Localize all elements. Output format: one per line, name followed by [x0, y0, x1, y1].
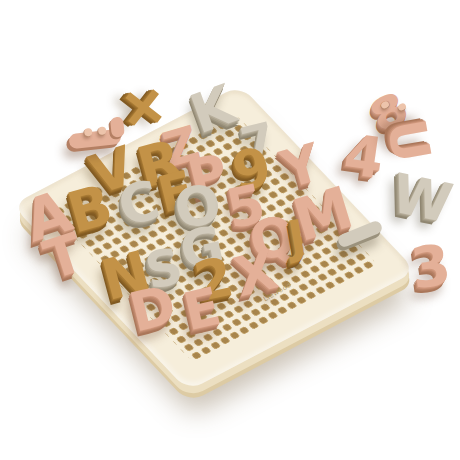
mounting-peg [397, 102, 407, 112]
mounting-peg [98, 126, 107, 135]
piece-U[interactable]: U [380, 116, 439, 167]
piece-W[interactable]: W [387, 166, 457, 231]
piece-3[interactable]: 3 [408, 237, 454, 298]
toy-photo-stage: Liewood KZ79YVRPFCBAO5GQMJ-S2XTNDE+L84UW… [0, 0, 460, 460]
mounting-peg [380, 100, 390, 110]
piece-foot [110, 116, 125, 137]
mounting-peg [84, 127, 93, 136]
